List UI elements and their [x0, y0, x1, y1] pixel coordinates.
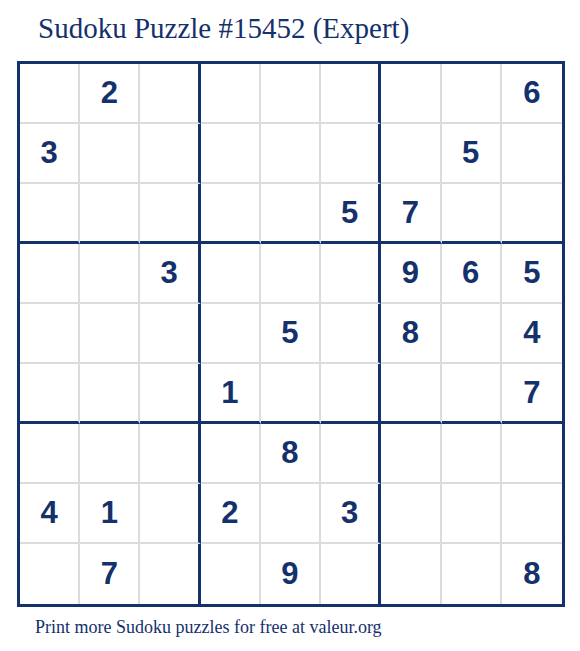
cell-r2c7 [381, 124, 441, 184]
cell-r8c5 [261, 484, 321, 544]
cell-r9c7 [381, 544, 441, 604]
cell-r5c2 [80, 304, 140, 364]
cell-r7c3 [140, 424, 200, 484]
cell-r8c1: 4 [20, 484, 80, 544]
cell-r7c4 [201, 424, 261, 484]
cell-r4c8: 6 [442, 244, 502, 304]
cell-r6c8 [442, 364, 502, 424]
cell-r5c8 [442, 304, 502, 364]
cell-r3c7: 7 [381, 184, 441, 244]
page-title: Sudoku Puzzle #15452 (Expert) [38, 12, 409, 45]
cell-r2c8: 5 [442, 124, 502, 184]
cell-r9c6 [321, 544, 381, 604]
cell-r6c2 [80, 364, 140, 424]
cell-r1c5 [261, 64, 321, 124]
cell-r2c9 [502, 124, 562, 184]
cell-r7c1 [20, 424, 80, 484]
cell-r1c9: 6 [502, 64, 562, 124]
cell-r1c6 [321, 64, 381, 124]
cell-r6c1 [20, 364, 80, 424]
cell-r8c7 [381, 484, 441, 544]
cell-r8c2: 1 [80, 484, 140, 544]
cell-r6c4: 1 [201, 364, 261, 424]
cell-r8c3 [140, 484, 200, 544]
cell-r8c4: 2 [201, 484, 261, 544]
cell-r6c5 [261, 364, 321, 424]
cell-r7c5: 8 [261, 424, 321, 484]
cell-r4c5 [261, 244, 321, 304]
cell-r5c1 [20, 304, 80, 364]
cell-r7c2 [80, 424, 140, 484]
cell-r3c2 [80, 184, 140, 244]
cell-r3c6: 5 [321, 184, 381, 244]
cell-r6c7 [381, 364, 441, 424]
cell-r3c9 [502, 184, 562, 244]
footer-note: Print more Sudoku puzzles for free at va… [35, 617, 382, 638]
cell-r4c1 [20, 244, 80, 304]
cell-r2c2 [80, 124, 140, 184]
cell-r9c8 [442, 544, 502, 604]
sudoku-board: 26355739655841784123798 [17, 61, 565, 607]
cell-r5c9: 4 [502, 304, 562, 364]
cell-r1c2: 2 [80, 64, 140, 124]
cell-r2c5 [261, 124, 321, 184]
cell-r7c6 [321, 424, 381, 484]
cell-r3c8 [442, 184, 502, 244]
cell-r5c5: 5 [261, 304, 321, 364]
cell-r9c9: 8 [502, 544, 562, 604]
cell-r6c9: 7 [502, 364, 562, 424]
cell-r3c4 [201, 184, 261, 244]
cell-r9c1 [20, 544, 80, 604]
cell-r1c4 [201, 64, 261, 124]
cell-r5c4 [201, 304, 261, 364]
cell-r9c5: 9 [261, 544, 321, 604]
cell-r8c6: 3 [321, 484, 381, 544]
cell-r3c1 [20, 184, 80, 244]
cell-r8c8 [442, 484, 502, 544]
cell-r2c6 [321, 124, 381, 184]
cell-r5c7: 8 [381, 304, 441, 364]
cell-r4c7: 9 [381, 244, 441, 304]
cell-r2c1: 3 [20, 124, 80, 184]
cell-r7c8 [442, 424, 502, 484]
cell-r4c4 [201, 244, 261, 304]
cell-r1c8 [442, 64, 502, 124]
cell-r1c7 [381, 64, 441, 124]
cell-r6c6 [321, 364, 381, 424]
cell-r1c1 [20, 64, 80, 124]
cell-r4c9: 5 [502, 244, 562, 304]
cell-r3c3 [140, 184, 200, 244]
cell-r5c6 [321, 304, 381, 364]
cell-r5c3 [140, 304, 200, 364]
cell-r9c2: 7 [80, 544, 140, 604]
cell-r2c3 [140, 124, 200, 184]
cell-r4c3: 3 [140, 244, 200, 304]
cell-r9c4 [201, 544, 261, 604]
cell-r7c7 [381, 424, 441, 484]
cell-r1c3 [140, 64, 200, 124]
cell-r7c9 [502, 424, 562, 484]
cell-r3c5 [261, 184, 321, 244]
cell-r4c6 [321, 244, 381, 304]
cell-r9c3 [140, 544, 200, 604]
cell-r2c4 [201, 124, 261, 184]
cell-r6c3 [140, 364, 200, 424]
cell-r4c2 [80, 244, 140, 304]
cell-r8c9 [502, 484, 562, 544]
